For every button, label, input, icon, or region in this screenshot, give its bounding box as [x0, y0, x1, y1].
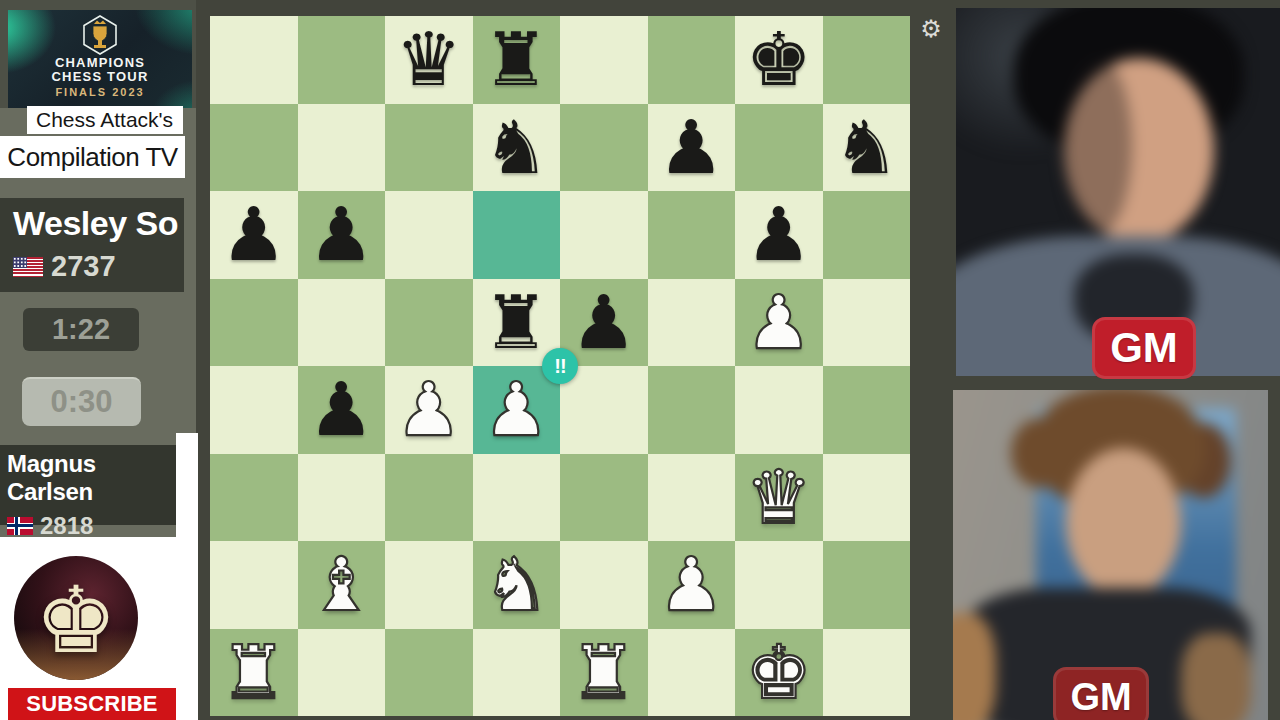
player-name-top: Wesley So	[13, 204, 184, 243]
square-b6[interactable]: ♟	[298, 191, 386, 279]
square-h5[interactable]	[823, 279, 911, 367]
player-name-bottom: Magnus Carlsen	[7, 450, 180, 506]
brilliant-move-badge: !!	[542, 348, 578, 384]
black-knight[interactable]: ♞	[483, 104, 549, 191]
square-h6[interactable]	[823, 191, 911, 279]
square-e2[interactable]	[560, 541, 648, 629]
square-b4[interactable]: ♟	[298, 366, 386, 454]
channel-name-line2: Compilation TV	[0, 136, 185, 178]
square-b8[interactable]	[298, 16, 386, 104]
channel-name-line1: Chess Attack's	[27, 106, 183, 134]
black-pawn[interactable]: ♟	[308, 366, 374, 453]
square-e8[interactable]	[560, 16, 648, 104]
square-h8[interactable]	[823, 16, 911, 104]
square-b2[interactable]: ♝	[298, 541, 386, 629]
square-c1[interactable]	[385, 629, 473, 717]
square-b1[interactable]	[298, 629, 386, 717]
white-pawn[interactable]: ♟	[483, 366, 549, 453]
player-rating-bottom: 2818	[40, 512, 93, 540]
white-rook[interactable]: ♜	[221, 629, 287, 716]
subscribe-button[interactable]: SUBSCRIBE NOW	[8, 688, 176, 720]
square-g3[interactable]: ♛	[735, 454, 823, 542]
square-b7[interactable]	[298, 104, 386, 192]
square-c2[interactable]	[385, 541, 473, 629]
settings-gear-icon[interactable]: ⚙	[916, 14, 946, 44]
white-pawn[interactable]: ♟	[658, 541, 724, 628]
gm-title-badge-top: GM	[1092, 317, 1196, 379]
square-d6[interactable]	[473, 191, 561, 279]
magnus-face	[1066, 448, 1181, 598]
square-d7[interactable]: ♞	[473, 104, 561, 192]
black-pawn[interactable]: ♟	[308, 191, 374, 278]
black-pawn[interactable]: ♟	[658, 104, 724, 191]
square-e1[interactable]: ♜	[560, 629, 648, 717]
square-h2[interactable]	[823, 541, 911, 629]
square-a5[interactable]	[210, 279, 298, 367]
square-a6[interactable]: ♟	[210, 191, 298, 279]
square-g8[interactable]: ♚	[735, 16, 823, 104]
square-c6[interactable]	[385, 191, 473, 279]
tournament-logo: CHAMPIONS CHESS TOUR FINALS 2023	[8, 10, 192, 108]
square-f1[interactable]	[648, 629, 736, 717]
square-g2[interactable]	[735, 541, 823, 629]
white-knight[interactable]: ♞	[483, 541, 549, 628]
white-queen[interactable]: ♛	[746, 454, 812, 541]
square-a4[interactable]	[210, 366, 298, 454]
square-d3[interactable]	[473, 454, 561, 542]
wesley-face-shadow	[1062, 56, 1132, 236]
square-f7[interactable]: ♟	[648, 104, 736, 192]
square-c7[interactable]	[385, 104, 473, 192]
square-f2[interactable]: ♟	[648, 541, 736, 629]
square-f5[interactable]	[648, 279, 736, 367]
tournament-line1: CHAMPIONS	[8, 56, 192, 70]
square-c3[interactable]	[385, 454, 473, 542]
square-h1[interactable]	[823, 629, 911, 717]
square-h3[interactable]	[823, 454, 911, 542]
square-a8[interactable]	[210, 16, 298, 104]
white-pawn[interactable]: ♟	[396, 366, 462, 453]
chess-board[interactable]: ♛♜♚♞♟♞♟♟♟♜♟♟♟♟♟♛♝♞♟♜♜♚!!	[210, 16, 910, 716]
black-pawn[interactable]: ♟	[746, 191, 812, 278]
square-f4[interactable]	[648, 366, 736, 454]
square-d2[interactable]: ♞	[473, 541, 561, 629]
black-rook[interactable]: ♜	[483, 279, 549, 366]
square-g4[interactable]	[735, 366, 823, 454]
square-g1[interactable]: ♚	[735, 629, 823, 717]
black-king[interactable]: ♚	[746, 16, 812, 103]
square-a3[interactable]	[210, 454, 298, 542]
gm-title-badge-bottom: GM	[1053, 667, 1149, 720]
player-plate-magnus-carlsen: Magnus Carlsen 2818	[0, 445, 180, 525]
square-c4[interactable]: ♟	[385, 366, 473, 454]
square-a1[interactable]: ♜	[210, 629, 298, 717]
square-c5[interactable]	[385, 279, 473, 367]
trophy-icon	[80, 15, 120, 55]
square-h4[interactable]	[823, 366, 911, 454]
square-h7[interactable]: ♞	[823, 104, 911, 192]
square-e4[interactable]	[560, 366, 648, 454]
square-g6[interactable]: ♟	[735, 191, 823, 279]
square-a2[interactable]	[210, 541, 298, 629]
white-bishop[interactable]: ♝	[308, 541, 374, 628]
square-e6[interactable]	[560, 191, 648, 279]
square-d8[interactable]: ♜	[473, 16, 561, 104]
clock-wesley: 1:22	[23, 308, 139, 351]
us-flag-icon	[13, 257, 43, 277]
white-rook[interactable]: ♜	[571, 629, 637, 716]
black-pawn[interactable]: ♟	[221, 191, 287, 278]
square-b3[interactable]	[298, 454, 386, 542]
black-pawn[interactable]: ♟	[571, 279, 637, 366]
player-rating-top: 2737	[51, 250, 116, 283]
player-plate-wesley-so: Wesley So 2737	[0, 198, 184, 292]
square-g7[interactable]	[735, 104, 823, 192]
channel-avatar[interactable]: ♚	[14, 556, 138, 680]
foreground-chess-piece-left	[953, 613, 996, 720]
tournament-line3: FINALS 2023	[8, 86, 192, 99]
clock-magnus: 0:30	[22, 377, 141, 426]
square-c8[interactable]: ♛	[385, 16, 473, 104]
white-strip	[176, 433, 198, 720]
square-a7[interactable]	[210, 104, 298, 192]
square-f6[interactable]	[648, 191, 736, 279]
norway-flag-icon	[7, 517, 33, 535]
square-e3[interactable]	[560, 454, 648, 542]
black-rook[interactable]: ♜	[483, 16, 549, 103]
black-knight[interactable]: ♞	[833, 104, 899, 191]
tournament-line2: CHESS TOUR	[8, 70, 192, 84]
square-d1[interactable]	[473, 629, 561, 717]
square-f8[interactable]	[648, 16, 736, 104]
foreground-chess-piece-right	[1181, 633, 1251, 720]
square-b5[interactable]	[298, 279, 386, 367]
square-g5[interactable]: ♟	[735, 279, 823, 367]
square-f3[interactable]	[648, 454, 736, 542]
square-e7[interactable]	[560, 104, 648, 192]
black-queen[interactable]: ♛	[396, 16, 462, 103]
white-king[interactable]: ♚	[746, 629, 812, 716]
white-pawn[interactable]: ♟	[746, 279, 812, 366]
